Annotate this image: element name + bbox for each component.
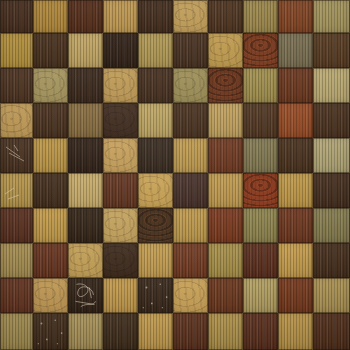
square-r6c9[interactable]: [278, 173, 313, 208]
square-r5c4[interactable]: [103, 138, 138, 173]
square-r9c5[interactable]: [138, 278, 173, 313]
square-r5c2[interactable]: [33, 138, 68, 173]
square-r2c4[interactable]: [103, 33, 138, 68]
square-r2c2[interactable]: [33, 33, 68, 68]
square-r6c8[interactable]: [243, 173, 278, 208]
square-r8c5[interactable]: [138, 243, 173, 278]
square-r1c8[interactable]: [243, 0, 278, 33]
square-r10c1[interactable]: [0, 313, 33, 350]
square-r6c2[interactable]: [33, 173, 68, 208]
square-r10c8[interactable]: [243, 313, 278, 350]
square-r6c7[interactable]: [208, 173, 243, 208]
square-r3c6[interactable]: [173, 68, 208, 103]
board-photo: [0, 0, 350, 350]
square-r7c10[interactable]: [313, 208, 350, 243]
square-r8c3[interactable]: [68, 243, 103, 278]
surface-scratch-marks: [138, 278, 173, 313]
square-r9c9[interactable]: [278, 278, 313, 313]
square-r10c4[interactable]: [103, 313, 138, 350]
square-r4c1[interactable]: [0, 103, 33, 138]
square-r3c7[interactable]: [208, 68, 243, 103]
square-r5c1[interactable]: [0, 138, 33, 173]
square-r7c7[interactable]: [208, 208, 243, 243]
square-r3c5[interactable]: [138, 68, 173, 103]
square-r8c2[interactable]: [33, 243, 68, 278]
square-r1c6[interactable]: [173, 0, 208, 33]
square-r1c3[interactable]: [68, 0, 103, 33]
square-r7c6[interactable]: [173, 208, 208, 243]
square-r3c4[interactable]: [103, 68, 138, 103]
square-r10c2[interactable]: [33, 313, 68, 350]
surface-scratch-marks: [68, 278, 103, 313]
square-r8c10[interactable]: [313, 243, 350, 278]
square-r9c2[interactable]: [33, 278, 68, 313]
square-r2c8[interactable]: [243, 33, 278, 68]
square-r9c4[interactable]: [103, 278, 138, 313]
surface-scratch-marks: [0, 138, 33, 173]
square-r2c1[interactable]: [0, 33, 33, 68]
game-board: [0, 0, 350, 350]
square-r7c8[interactable]: [243, 208, 278, 243]
square-r4c7[interactable]: [208, 103, 243, 138]
square-r5c7[interactable]: [208, 138, 243, 173]
square-r6c5[interactable]: [138, 173, 173, 208]
square-r4c10[interactable]: [313, 103, 350, 138]
square-r5c8[interactable]: [243, 138, 278, 173]
square-r9c3[interactable]: [68, 278, 103, 313]
square-r2c3[interactable]: [68, 33, 103, 68]
square-r7c4[interactable]: [103, 208, 138, 243]
square-r7c2[interactable]: [33, 208, 68, 243]
square-r3c3[interactable]: [68, 68, 103, 103]
square-r6c1[interactable]: [0, 173, 33, 208]
square-r5c9[interactable]: [278, 138, 313, 173]
square-r9c6[interactable]: [173, 278, 208, 313]
square-r1c2[interactable]: [33, 0, 68, 33]
square-r2c9[interactable]: [278, 33, 313, 68]
square-r8c6[interactable]: [173, 243, 208, 278]
square-r5c6[interactable]: [173, 138, 208, 173]
square-r9c7[interactable]: [208, 278, 243, 313]
square-r3c8[interactable]: [243, 68, 278, 103]
square-r6c3[interactable]: [68, 173, 103, 208]
square-r10c6[interactable]: [173, 313, 208, 350]
square-r9c1[interactable]: [0, 278, 33, 313]
square-r4c2[interactable]: [33, 103, 68, 138]
square-r5c10[interactable]: [313, 138, 350, 173]
square-r7c5[interactable]: [138, 208, 173, 243]
square-r2c10[interactable]: [313, 33, 350, 68]
square-r1c4[interactable]: [103, 0, 138, 33]
square-r4c4[interactable]: [103, 103, 138, 138]
square-r7c9[interactable]: [278, 208, 313, 243]
square-r2c7[interactable]: [208, 33, 243, 68]
square-r8c8[interactable]: [243, 243, 278, 278]
square-r10c5[interactable]: [138, 313, 173, 350]
square-r7c3[interactable]: [68, 208, 103, 243]
surface-scratch-marks: [33, 313, 68, 350]
square-r4c5[interactable]: [138, 103, 173, 138]
square-r3c10[interactable]: [313, 68, 350, 103]
square-r10c7[interactable]: [208, 313, 243, 350]
square-r8c9[interactable]: [278, 243, 313, 278]
square-r6c6[interactable]: [173, 173, 208, 208]
square-r3c1[interactable]: [0, 68, 33, 103]
square-r4c6[interactable]: [173, 103, 208, 138]
square-r6c10[interactable]: [313, 173, 350, 208]
square-r3c2[interactable]: [33, 68, 68, 103]
surface-scratch-marks: [0, 173, 33, 208]
square-r6c4[interactable]: [103, 173, 138, 208]
square-r2c6[interactable]: [173, 33, 208, 68]
square-r5c3[interactable]: [68, 138, 103, 173]
square-r9c8[interactable]: [243, 278, 278, 313]
square-r10c9[interactable]: [278, 313, 313, 350]
square-r2c5[interactable]: [138, 33, 173, 68]
square-r1c5[interactable]: [138, 0, 173, 33]
square-r8c4[interactable]: [103, 243, 138, 278]
square-r5c5[interactable]: [138, 138, 173, 173]
square-r7c1[interactable]: [0, 208, 33, 243]
square-r3c9[interactable]: [278, 68, 313, 103]
square-r1c9[interactable]: [278, 0, 313, 33]
square-r4c9[interactable]: [278, 103, 313, 138]
square-r1c1[interactable]: [0, 0, 33, 33]
square-r1c7[interactable]: [208, 0, 243, 33]
square-r4c8[interactable]: [243, 103, 278, 138]
square-r10c3[interactable]: [68, 313, 103, 350]
square-r1c10[interactable]: [313, 0, 350, 33]
square-r8c1[interactable]: [0, 243, 33, 278]
square-r4c3[interactable]: [68, 103, 103, 138]
square-r10c10[interactable]: [313, 313, 350, 350]
square-r9c10[interactable]: [313, 278, 350, 313]
square-r8c7[interactable]: [208, 243, 243, 278]
